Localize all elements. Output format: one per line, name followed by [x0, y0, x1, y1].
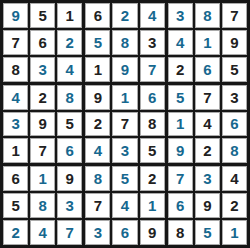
- sudoku-cell-r4c3[interactable]: 8: [57, 85, 82, 110]
- sudoku-cell-r9c2[interactable]: 4: [30, 220, 55, 245]
- sudoku-cell-r1c5[interactable]: 2: [112, 3, 137, 28]
- sudoku-cell-r4c6[interactable]: 6: [140, 85, 165, 110]
- sudoku-cell-r1c8[interactable]: 8: [195, 3, 220, 28]
- sudoku-cell-r5c5[interactable]: 7: [112, 112, 137, 137]
- sudoku-cell-r9c7[interactable]: 8: [168, 220, 193, 245]
- sudoku-cell-r9c9[interactable]: 1: [222, 220, 247, 245]
- sudoku-cell-r7c1[interactable]: 6: [3, 166, 28, 191]
- sudoku-cell-r1c6[interactable]: 4: [140, 3, 165, 28]
- sudoku-box-r1c0: 428395176: [3, 85, 82, 164]
- sudoku-cell-r4c7[interactable]: 5: [168, 85, 193, 110]
- sudoku-cell-r7c9[interactable]: 4: [222, 166, 247, 191]
- sudoku-cell-r3c6[interactable]: 7: [140, 57, 165, 82]
- sudoku-cell-r2c4[interactable]: 5: [85, 30, 110, 55]
- sudoku-cell-r6c1[interactable]: 1: [3, 138, 28, 163]
- sudoku-box-r0c1: 624583197: [85, 3, 164, 82]
- sudoku-cell-r8c6[interactable]: 1: [140, 193, 165, 218]
- sudoku-cell-r4c4[interactable]: 9: [85, 85, 110, 110]
- sudoku-box-r1c2: 573146928: [168, 85, 247, 164]
- sudoku-cell-r1c2[interactable]: 5: [30, 3, 55, 28]
- sudoku-cell-r4c2[interactable]: 2: [30, 85, 55, 110]
- sudoku-cell-r5c1[interactable]: 3: [3, 112, 28, 137]
- sudoku-cell-r7c4[interactable]: 8: [85, 166, 110, 191]
- sudoku-cell-r1c7[interactable]: 3: [168, 3, 193, 28]
- sudoku-cell-r8c8[interactable]: 9: [195, 193, 220, 218]
- sudoku-cell-r6c9[interactable]: 8: [222, 138, 247, 163]
- sudoku-box-r2c1: 852741369: [85, 166, 164, 245]
- sudoku-cell-r6c7[interactable]: 9: [168, 138, 193, 163]
- sudoku-cell-r2c2[interactable]: 6: [30, 30, 55, 55]
- sudoku-cell-r3c7[interactable]: 2: [168, 57, 193, 82]
- sudoku-cell-r5c3[interactable]: 5: [57, 112, 82, 137]
- sudoku-cell-r3c2[interactable]: 3: [30, 57, 55, 82]
- sudoku-cell-r1c1[interactable]: 9: [3, 3, 28, 28]
- sudoku-box-r2c0: 619583247: [3, 166, 82, 245]
- sudoku-cell-r4c9[interactable]: 3: [222, 85, 247, 110]
- sudoku-board: 9517628346245831973874192654283951769162…: [0, 0, 250, 248]
- sudoku-cell-r1c9[interactable]: 7: [222, 3, 247, 28]
- sudoku-cell-r3c8[interactable]: 6: [195, 57, 220, 82]
- sudoku-box-r1c1: 916278435: [85, 85, 164, 164]
- sudoku-cell-r9c6[interactable]: 9: [140, 220, 165, 245]
- sudoku-cell-r8c4[interactable]: 7: [85, 193, 110, 218]
- sudoku-cell-r9c1[interactable]: 2: [3, 220, 28, 245]
- sudoku-cell-r3c5[interactable]: 9: [112, 57, 137, 82]
- sudoku-cell-r4c8[interactable]: 7: [195, 85, 220, 110]
- sudoku-cell-r8c5[interactable]: 4: [112, 193, 137, 218]
- sudoku-cell-r8c3[interactable]: 3: [57, 193, 82, 218]
- sudoku-cell-r5c2[interactable]: 9: [30, 112, 55, 137]
- sudoku-cell-r9c4[interactable]: 3: [85, 220, 110, 245]
- sudoku-cell-r7c7[interactable]: 7: [168, 166, 193, 191]
- sudoku-cell-r5c7[interactable]: 1: [168, 112, 193, 137]
- sudoku-cell-r7c5[interactable]: 5: [112, 166, 137, 191]
- sudoku-cell-r2c8[interactable]: 1: [195, 30, 220, 55]
- sudoku-cell-r6c6[interactable]: 5: [140, 138, 165, 163]
- sudoku-cell-r3c3[interactable]: 4: [57, 57, 82, 82]
- sudoku-cell-r7c3[interactable]: 9: [57, 166, 82, 191]
- sudoku-cell-r8c1[interactable]: 5: [3, 193, 28, 218]
- sudoku-cell-r6c3[interactable]: 6: [57, 138, 82, 163]
- sudoku-cell-r8c2[interactable]: 8: [30, 193, 55, 218]
- sudoku-cell-r6c8[interactable]: 2: [195, 138, 220, 163]
- sudoku-box-r0c0: 951762834: [3, 3, 82, 82]
- sudoku-cell-r4c1[interactable]: 4: [3, 85, 28, 110]
- sudoku-cell-r5c4[interactable]: 2: [85, 112, 110, 137]
- sudoku-cell-r3c9[interactable]: 5: [222, 57, 247, 82]
- sudoku-cell-r5c6[interactable]: 8: [140, 112, 165, 137]
- sudoku-cell-r8c9[interactable]: 2: [222, 193, 247, 218]
- sudoku-cell-r7c8[interactable]: 3: [195, 166, 220, 191]
- sudoku-cell-r9c3[interactable]: 7: [57, 220, 82, 245]
- sudoku-cell-r4c5[interactable]: 1: [112, 85, 137, 110]
- sudoku-cell-r8c7[interactable]: 6: [168, 193, 193, 218]
- sudoku-cell-r6c4[interactable]: 4: [85, 138, 110, 163]
- sudoku-cell-r1c4[interactable]: 6: [85, 3, 110, 28]
- sudoku-cell-r1c3[interactable]: 1: [57, 3, 82, 28]
- sudoku-cell-r2c1[interactable]: 7: [3, 30, 28, 55]
- sudoku-cell-r5c9[interactable]: 6: [222, 112, 247, 137]
- sudoku-cell-r2c7[interactable]: 4: [168, 30, 193, 55]
- sudoku-cell-r2c9[interactable]: 9: [222, 30, 247, 55]
- sudoku-cell-r9c5[interactable]: 6: [112, 220, 137, 245]
- sudoku-box-r2c2: 734692851: [168, 166, 247, 245]
- sudoku-cell-r5c8[interactable]: 4: [195, 112, 220, 137]
- sudoku-cell-r2c6[interactable]: 3: [140, 30, 165, 55]
- sudoku-cell-r9c8[interactable]: 5: [195, 220, 220, 245]
- sudoku-cell-r7c6[interactable]: 2: [140, 166, 165, 191]
- sudoku-cell-r6c2[interactable]: 7: [30, 138, 55, 163]
- sudoku-cell-r3c4[interactable]: 1: [85, 57, 110, 82]
- sudoku-cell-r2c3[interactable]: 2: [57, 30, 82, 55]
- sudoku-cell-r6c5[interactable]: 3: [112, 138, 137, 163]
- sudoku-box-r0c2: 387419265: [168, 3, 247, 82]
- sudoku-cell-r7c2[interactable]: 1: [30, 166, 55, 191]
- sudoku-cell-r3c1[interactable]: 8: [3, 57, 28, 82]
- sudoku-cell-r2c5[interactable]: 8: [112, 30, 137, 55]
